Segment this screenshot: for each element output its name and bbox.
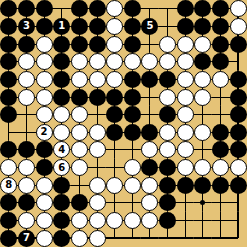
intersection-r12c2[interactable] [35,212,53,230]
intersection-r9c3[interactable]: 6 [53,159,71,177]
intersection-r4c4[interactable] [71,71,89,89]
intersection-r5c13[interactable] [229,88,247,106]
intersection-r6c9[interactable] [159,106,177,124]
intersection-r5c7[interactable] [123,88,141,106]
black-stone [194,177,211,194]
black-stone [53,53,70,70]
intersection-r11c9[interactable] [159,194,177,212]
intersection-r11c2[interactable] [35,194,53,212]
intersection-r11c6[interactable] [106,194,124,212]
intersection-r12c10[interactable] [176,212,194,230]
white-stone [18,212,35,229]
intersection-r11c5[interactable] [88,194,106,212]
black-stone [36,141,53,158]
black-stone [106,106,123,123]
intersection-r9c7[interactable] [123,159,141,177]
intersection-r8c1[interactable] [18,141,36,159]
intersection-r0c7[interactable] [123,0,141,18]
intersection-r8c8[interactable] [141,141,159,159]
intersection-r9c9[interactable] [159,159,177,177]
intersection-r3c4[interactable] [71,53,89,71]
black-stone [230,106,247,123]
intersection-r4c8[interactable] [141,71,159,89]
black-stone [141,71,158,88]
white-stone [159,36,176,53]
intersection-r6c12[interactable] [212,106,230,124]
white-stone [71,53,88,70]
intersection-r1c1[interactable]: 3 [18,18,36,36]
white-stone [230,18,247,35]
white-stone [177,159,194,176]
intersection-r6c10[interactable] [176,106,194,124]
white-stone-numbered-8: 8 [0,177,17,194]
intersection-r6c7[interactable] [123,106,141,124]
intersection-r13c5[interactable] [88,229,106,247]
intersection-r12c3[interactable] [53,212,71,230]
intersection-r2c4[interactable] [71,35,89,53]
intersection-r1c7[interactable] [123,18,141,36]
intersection-r13c12[interactable] [212,229,230,247]
intersection-r12c13[interactable] [229,212,247,230]
white-stone [36,71,53,88]
white-stone-numbered-2: 2 [36,124,53,141]
black-stone [0,36,17,53]
intersection-r13c13[interactable] [229,229,247,247]
intersection-r10c3[interactable] [53,176,71,194]
black-stone [177,18,194,35]
intersection-r6c11[interactable] [194,106,212,124]
black-stone [0,53,17,70]
white-stone [106,0,123,17]
intersection-r0c8[interactable] [141,0,159,18]
black-stone [230,124,247,141]
intersection-r3c9[interactable] [159,53,177,71]
black-stone [0,0,17,17]
intersection-r13c0[interactable] [0,229,18,247]
intersection-r13c10[interactable] [176,229,194,247]
intersection-r5c6[interactable] [106,88,124,106]
white-stone [36,53,53,70]
intersection-r5c11[interactable] [194,88,212,106]
intersection-r11c1[interactable] [18,194,36,212]
intersection-r8c2[interactable] [35,141,53,159]
white-stone [177,53,194,70]
intersection-r6c13[interactable] [229,106,247,124]
intersection-r4c2[interactable] [35,71,53,89]
intersection-r8c11[interactable] [194,141,212,159]
black-stone [106,124,123,141]
white-stone [194,89,211,106]
black-stone [71,18,88,35]
intersection-r1c11[interactable] [194,18,212,36]
intersection-r2c8[interactable] [141,35,159,53]
intersection-r9c6[interactable] [106,159,124,177]
black-stone [0,212,17,229]
intersection-r1c10[interactable] [176,18,194,36]
intersection-r13c6[interactable] [106,229,124,247]
intersection-r10c1[interactable] [18,176,36,194]
intersection-r13c2[interactable] [35,229,53,247]
black-stone [159,159,176,176]
intersection-r1c2[interactable] [35,18,53,36]
intersection-r3c11[interactable] [194,53,212,71]
black-stone [106,89,123,106]
intersection-r0c5[interactable] [88,0,106,18]
black-stone [53,177,70,194]
intersection-r12c5[interactable] [88,212,106,230]
intersection-r9c10[interactable] [176,159,194,177]
intersection-r8c5[interactable] [88,141,106,159]
intersection-r7c6[interactable] [106,123,124,141]
white-stone [71,159,88,176]
white-stone [159,124,176,141]
black-stone [18,36,35,53]
white-stone [71,124,88,141]
black-stone [212,124,229,141]
intersection-r10c11[interactable] [194,176,212,194]
white-stone [18,159,35,176]
intersection-r4c11[interactable] [194,71,212,89]
intersection-r11c0[interactable] [0,194,18,212]
intersection-r10c7[interactable] [123,176,141,194]
intersection-r0c9[interactable] [159,0,177,18]
intersection-r11c7[interactable] [123,194,141,212]
white-stone [18,177,35,194]
intersection-r5c1[interactable] [18,88,36,106]
intersection-r11c11[interactable] [194,194,212,212]
intersection-r7c2[interactable]: 2 [35,123,53,141]
intersection-r5c3[interactable] [53,88,71,106]
intersection-r9c0[interactable] [0,159,18,177]
intersection-r2c5[interactable] [88,35,106,53]
intersection-r10c12[interactable] [212,176,230,194]
intersection-r5c8[interactable] [141,88,159,106]
intersection-r11c13[interactable] [229,194,247,212]
intersection-r7c7[interactable] [123,123,141,141]
intersection-r2c11[interactable] [194,35,212,53]
white-stone [106,36,123,53]
black-stone [124,36,141,53]
white-stone [106,71,123,88]
intersection-r0c0[interactable] [0,0,18,18]
black-stone [159,194,176,211]
intersection-r10c4[interactable] [71,176,89,194]
intersection-r9c12[interactable] [212,159,230,177]
white-stone-numbered-6: 6 [53,159,70,176]
intersection-r2c1[interactable] [18,35,36,53]
intersection-r10c6[interactable] [106,176,124,194]
intersection-r7c1[interactable] [18,123,36,141]
intersection-r11c8[interactable] [141,194,159,212]
intersection-r8c13[interactable] [229,141,247,159]
black-stone [89,36,106,53]
intersection-r10c5[interactable] [88,176,106,194]
intersection-r8c9[interactable] [159,141,177,159]
intersection-r2c3[interactable] [53,35,71,53]
white-stone [89,141,106,158]
intersection-r9c5[interactable] [88,159,106,177]
intersection-r2c0[interactable] [0,35,18,53]
intersection-r4c3[interactable] [53,71,71,89]
intersection-r7c9[interactable] [159,123,177,141]
intersection-r12c7[interactable] [123,212,141,230]
black-stone [159,71,176,88]
intersection-r3c5[interactable] [88,53,106,71]
intersection-r0c13[interactable] [229,0,247,18]
intersection-r1c12[interactable] [212,18,230,36]
intersection-r6c6[interactable] [106,106,124,124]
intersection-r4c7[interactable] [123,71,141,89]
intersection-r3c2[interactable] [35,53,53,71]
black-stone [124,106,141,123]
black-stone [159,106,176,123]
white-stone [18,53,35,70]
intersection-r3c13[interactable] [229,53,247,71]
white-stone [36,230,53,247]
white-stone [159,141,176,158]
intersection-r3c10[interactable] [176,53,194,71]
black-stone [89,89,106,106]
intersection-r1c6[interactable] [106,18,124,36]
black-stone-numbered-5: 5 [141,18,158,35]
black-stone [159,177,176,194]
intersection-r11c4[interactable] [71,194,89,212]
hoshi-star-point [200,200,205,205]
intersection-r2c10[interactable] [176,35,194,53]
white-stone [141,194,158,211]
intersection-r0c10[interactable] [176,0,194,18]
intersection-r9c13[interactable] [229,159,247,177]
intersection-r2c7[interactable] [123,35,141,53]
intersection-r11c10[interactable] [176,194,194,212]
intersection-r0c1[interactable] [18,0,36,18]
intersection-r8c6[interactable] [106,141,124,159]
black-stone [141,159,158,176]
intersection-r8c12[interactable] [212,141,230,159]
intersection-r1c13[interactable] [229,18,247,36]
intersection-r9c11[interactable] [194,159,212,177]
intersection-r8c7[interactable] [123,141,141,159]
white-stone [71,230,88,247]
intersection-r6c5[interactable] [88,106,106,124]
black-stone [53,36,70,53]
intersection-r1c4[interactable] [71,18,89,36]
black-stone-numbered-1: 1 [53,18,70,35]
white-stone [0,159,17,176]
intersection-r4c1[interactable] [18,71,36,89]
intersection-r1c5[interactable] [88,18,106,36]
intersection-r0c3[interactable] [53,0,71,18]
intersection-r0c12[interactable] [212,0,230,18]
intersection-r12c4[interactable] [71,212,89,230]
black-stone [0,230,17,247]
intersection-r11c3[interactable] [53,194,71,212]
black-stone [53,71,70,88]
intersection-r5c12[interactable] [212,88,230,106]
intersection-r9c8[interactable] [141,159,159,177]
intersection-r1c0[interactable] [0,18,18,36]
intersection-r7c0[interactable] [0,123,18,141]
white-stone [36,212,53,229]
intersection-r4c12[interactable] [212,71,230,89]
white-stone [36,106,53,123]
black-stone [212,53,229,70]
intersection-r8c10[interactable] [176,141,194,159]
intersection-r11c12[interactable] [212,194,230,212]
intersection-r0c4[interactable] [71,0,89,18]
black-stone [53,212,70,229]
intersection-r13c4[interactable] [71,229,89,247]
white-stone [71,106,88,123]
black-stone [18,0,35,17]
black-stone [53,230,70,247]
black-stone-numbered-3: 3 [18,18,35,35]
intersection-r9c4[interactable] [71,159,89,177]
intersection-r5c10[interactable] [176,88,194,106]
intersection-r3c12[interactable] [212,53,230,71]
intersection-r3c3[interactable] [53,53,71,71]
white-stone [89,53,106,70]
intersection-r13c7[interactable] [123,229,141,247]
intersection-r6c4[interactable] [71,106,89,124]
intersection-r0c11[interactable] [194,0,212,18]
intersection-r5c9[interactable] [159,88,177,106]
intersection-r8c3[interactable]: 4 [53,141,71,159]
intersection-r9c1[interactable] [18,159,36,177]
intersection-r1c9[interactable] [159,18,177,36]
intersection-r7c8[interactable] [141,123,159,141]
intersection-r1c8[interactable]: 5 [141,18,159,36]
intersection-r2c13[interactable] [229,35,247,53]
intersection-r2c6[interactable] [106,35,124,53]
white-stone [124,53,141,70]
intersection-r7c4[interactable] [71,123,89,141]
intersection-r12c11[interactable] [194,212,212,230]
intersection-r6c0[interactable] [0,106,18,124]
intersection-r5c0[interactable] [0,88,18,106]
intersection-r2c2[interactable] [35,35,53,53]
black-stone [230,36,247,53]
black-stone [212,177,229,194]
white-stone [36,177,53,194]
white-stone [71,141,88,158]
white-stone [194,159,211,176]
intersection-r10c2[interactable] [35,176,53,194]
intersection-r6c1[interactable] [18,106,36,124]
intersection-r0c2[interactable] [35,0,53,18]
intersection-r10c10[interactable] [176,176,194,194]
intersection-r3c6[interactable] [106,53,124,71]
intersection-r4c10[interactable] [176,71,194,89]
white-stone [159,53,176,70]
white-stone [141,141,158,158]
intersection-r10c0[interactable]: 8 [0,176,18,194]
intersection-r2c9[interactable] [159,35,177,53]
intersection-r13c8[interactable] [141,229,159,247]
black-stone [141,124,158,141]
black-stone [36,0,53,17]
intersection-r6c8[interactable] [141,106,159,124]
intersection-r4c9[interactable] [159,71,177,89]
black-stone [0,18,17,35]
intersection-r12c6[interactable] [106,212,124,230]
intersection-r10c13[interactable] [229,176,247,194]
intersection-r7c13[interactable] [229,123,247,141]
intersection-r3c0[interactable] [0,53,18,71]
black-stone [89,0,106,17]
intersection-r0c6[interactable] [106,0,124,18]
intersection-r9c2[interactable] [35,159,53,177]
intersection-r7c11[interactable] [194,123,212,141]
intersection-r4c6[interactable] [106,71,124,89]
intersection-r6c2[interactable] [35,106,53,124]
intersection-r2c12[interactable] [212,35,230,53]
intersection-r5c2[interactable] [35,88,53,106]
white-stone [141,53,158,70]
intersection-r12c12[interactable] [212,212,230,230]
intersection-r4c0[interactable] [0,71,18,89]
intersection-r13c3[interactable] [53,229,71,247]
intersection-r3c1[interactable] [18,53,36,71]
white-stone [36,194,53,211]
white-stone [177,71,194,88]
white-stone [177,89,194,106]
intersection-r7c10[interactable] [176,123,194,141]
black-stone [230,177,247,194]
intersection-r12c0[interactable] [0,212,18,230]
black-stone [0,89,17,106]
intersection-r4c13[interactable] [229,71,247,89]
white-stone [106,177,123,194]
intersection-r8c0[interactable] [0,141,18,159]
intersection-r6c3[interactable] [53,106,71,124]
intersection-r12c8[interactable] [141,212,159,230]
intersection-r1c3[interactable]: 1 [53,18,71,36]
intersection-r12c9[interactable] [159,212,177,230]
intersection-r7c5[interactable] [88,123,106,141]
black-stone [53,89,70,106]
black-stone [212,36,229,53]
black-stone-numbered-7: 7 [18,230,35,247]
white-stone [89,177,106,194]
intersection-r13c11[interactable] [194,229,212,247]
white-stone [230,0,247,17]
intersection-r10c8[interactable] [141,176,159,194]
intersection-r10c9[interactable] [159,176,177,194]
go-board: 31524687 [0,0,247,247]
black-stone [177,177,194,194]
intersection-r8c4[interactable] [71,141,89,159]
white-stone [53,106,70,123]
black-stone [194,53,211,70]
intersection-r3c7[interactable] [123,53,141,71]
intersection-r12c1[interactable] [18,212,36,230]
intersection-r5c5[interactable] [88,88,106,106]
intersection-r5c4[interactable] [71,88,89,106]
white-stone [124,159,141,176]
intersection-r7c12[interactable] [212,123,230,141]
black-stone [124,89,141,106]
black-stone [0,194,17,211]
white-stone [89,194,106,211]
intersection-r4c5[interactable] [88,71,106,89]
intersection-r13c1[interactable]: 7 [18,229,36,247]
black-stone [36,18,53,35]
intersection-r3c8[interactable] [141,53,159,71]
intersection-r7c3[interactable] [53,123,71,141]
intersection-r13c9[interactable] [159,229,177,247]
white-stone [177,141,194,158]
